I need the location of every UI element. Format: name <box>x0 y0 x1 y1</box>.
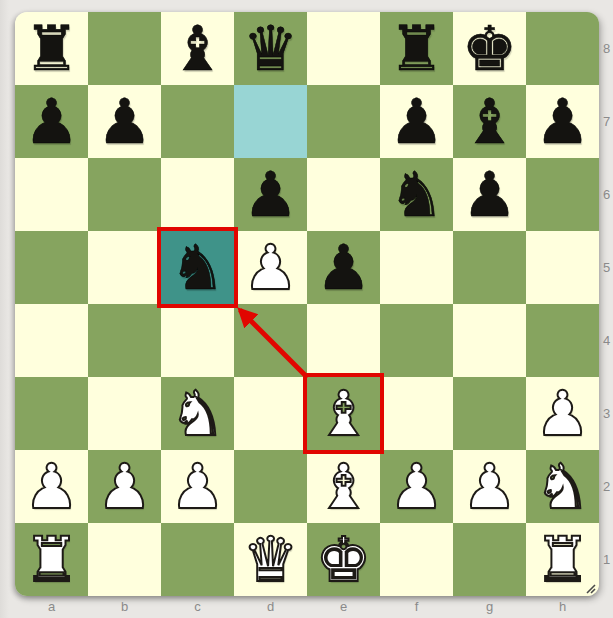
square-g2[interactable]: ♟ <box>453 450 526 523</box>
file-label-a: a <box>15 595 88 617</box>
file-label-e: e <box>307 595 380 617</box>
chess-board: ♜♝♛♜♚♟♟♟♝♟♟♞♟♞♟♟♞♝♟♟♟♟♝♟♟♞♜♛♚♜ <box>15 12 599 596</box>
square-c1[interactable] <box>161 523 234 596</box>
white-knight[interactable]: ♞ <box>535 456 591 518</box>
white-pawn[interactable]: ♟ <box>462 456 518 518</box>
square-c3[interactable]: ♞ <box>161 377 234 450</box>
square-b4[interactable] <box>88 304 161 377</box>
square-a5[interactable] <box>15 231 88 304</box>
rank-label-5: 5 <box>600 231 613 304</box>
square-a3[interactable] <box>15 377 88 450</box>
square-h4[interactable] <box>526 304 599 377</box>
square-f5[interactable] <box>380 231 453 304</box>
white-rook[interactable]: ♜ <box>535 529 591 591</box>
black-pawn[interactable]: ♟ <box>389 91 445 153</box>
file-label-h: h <box>526 595 599 617</box>
square-f1[interactable] <box>380 523 453 596</box>
square-d7[interactable] <box>234 85 307 158</box>
square-e4[interactable] <box>307 304 380 377</box>
square-d1[interactable]: ♛ <box>234 523 307 596</box>
rank-label-4: 4 <box>600 304 613 377</box>
square-g7[interactable]: ♝ <box>453 85 526 158</box>
square-h5[interactable] <box>526 231 599 304</box>
square-g8[interactable]: ♚ <box>453 12 526 85</box>
file-label-d: d <box>234 595 307 617</box>
square-b6[interactable] <box>88 158 161 231</box>
square-a2[interactable]: ♟ <box>15 450 88 523</box>
square-c6[interactable] <box>161 158 234 231</box>
square-h2[interactable]: ♞ <box>526 450 599 523</box>
file-label-f: f <box>380 595 453 617</box>
black-rook[interactable]: ♜ <box>389 18 445 80</box>
square-h7[interactable]: ♟ <box>526 85 599 158</box>
white-bishop[interactable]: ♝ <box>316 383 372 445</box>
square-h8[interactable] <box>526 12 599 85</box>
white-pawn[interactable]: ♟ <box>243 237 299 299</box>
square-f2[interactable]: ♟ <box>380 450 453 523</box>
board-squares: ♜♝♛♜♚♟♟♟♝♟♟♞♟♞♟♟♞♝♟♟♟♟♝♟♟♞♜♛♚♜ <box>15 12 599 596</box>
square-f7[interactable]: ♟ <box>380 85 453 158</box>
black-king[interactable]: ♚ <box>462 18 518 80</box>
white-queen[interactable]: ♛ <box>243 529 299 591</box>
rank-label-3: 3 <box>600 377 613 450</box>
square-d2[interactable] <box>234 450 307 523</box>
white-pawn[interactable]: ♟ <box>24 456 80 518</box>
black-pawn[interactable]: ♟ <box>535 91 591 153</box>
file-label-g: g <box>453 595 526 617</box>
square-f8[interactable]: ♜ <box>380 12 453 85</box>
square-f4[interactable] <box>380 304 453 377</box>
square-e2[interactable]: ♝ <box>307 450 380 523</box>
square-c2[interactable]: ♟ <box>161 450 234 523</box>
square-b7[interactable]: ♟ <box>88 85 161 158</box>
square-g4[interactable] <box>453 304 526 377</box>
square-a1[interactable]: ♜ <box>15 523 88 596</box>
square-g1[interactable] <box>453 523 526 596</box>
square-d6[interactable]: ♟ <box>234 158 307 231</box>
resize-grip-icon <box>584 582 597 595</box>
rank-label-6: 6 <box>600 158 613 231</box>
file-label-c: c <box>161 595 234 617</box>
black-pawn[interactable]: ♟ <box>243 164 299 226</box>
square-a8[interactable]: ♜ <box>15 12 88 85</box>
square-e1[interactable]: ♚ <box>307 523 380 596</box>
square-e3[interactable]: ♝ <box>307 377 380 450</box>
rank-label-1: 1 <box>600 523 613 596</box>
square-b8[interactable] <box>88 12 161 85</box>
rank-label-2: 2 <box>600 450 613 523</box>
white-rook[interactable]: ♜ <box>24 529 80 591</box>
white-knight[interactable]: ♞ <box>170 383 226 445</box>
square-b1[interactable] <box>88 523 161 596</box>
board-resize-handle[interactable] <box>584 581 597 594</box>
white-pawn[interactable]: ♟ <box>170 456 226 518</box>
square-a4[interactable] <box>15 304 88 377</box>
square-a7[interactable]: ♟ <box>15 85 88 158</box>
square-d4[interactable] <box>234 304 307 377</box>
square-b3[interactable] <box>88 377 161 450</box>
square-d8[interactable]: ♛ <box>234 12 307 85</box>
white-pawn[interactable]: ♟ <box>97 456 153 518</box>
black-pawn[interactable]: ♟ <box>462 164 518 226</box>
square-c7[interactable] <box>161 85 234 158</box>
black-rook[interactable]: ♜ <box>24 18 80 80</box>
white-bishop[interactable]: ♝ <box>316 456 372 518</box>
black-queen[interactable]: ♛ <box>243 18 299 80</box>
square-g3[interactable] <box>453 377 526 450</box>
square-c8[interactable]: ♝ <box>161 12 234 85</box>
square-d5[interactable]: ♟ <box>234 231 307 304</box>
square-c5[interactable]: ♞ <box>161 231 234 304</box>
square-f3[interactable] <box>380 377 453 450</box>
square-a6[interactable] <box>15 158 88 231</box>
black-bishop[interactable]: ♝ <box>170 18 226 80</box>
black-bishop[interactable]: ♝ <box>462 91 518 153</box>
black-pawn[interactable]: ♟ <box>97 91 153 153</box>
black-pawn[interactable]: ♟ <box>316 237 372 299</box>
rank-label-8: 8 <box>600 12 613 85</box>
square-e6[interactable] <box>307 158 380 231</box>
square-d3[interactable] <box>234 377 307 450</box>
square-b5[interactable] <box>88 231 161 304</box>
square-f6[interactable]: ♞ <box>380 158 453 231</box>
square-e7[interactable] <box>307 85 380 158</box>
file-label-b: b <box>88 595 161 617</box>
file-labels: abcdefgh <box>15 595 599 617</box>
square-e8[interactable] <box>307 12 380 85</box>
square-c4[interactable] <box>161 304 234 377</box>
rank-labels: 87654321 <box>600 12 613 596</box>
white-pawn[interactable]: ♟ <box>535 383 591 445</box>
square-e5[interactable]: ♟ <box>307 231 380 304</box>
white-pawn[interactable]: ♟ <box>389 456 445 518</box>
black-knight[interactable]: ♞ <box>389 164 445 226</box>
white-king[interactable]: ♚ <box>316 529 372 591</box>
square-h6[interactable] <box>526 158 599 231</box>
square-g6[interactable]: ♟ <box>453 158 526 231</box>
square-h3[interactable]: ♟ <box>526 377 599 450</box>
black-knight[interactable]: ♞ <box>170 237 226 299</box>
rank-label-7: 7 <box>600 85 613 158</box>
black-pawn[interactable]: ♟ <box>24 91 80 153</box>
square-b2[interactable]: ♟ <box>88 450 161 523</box>
square-g5[interactable] <box>453 231 526 304</box>
